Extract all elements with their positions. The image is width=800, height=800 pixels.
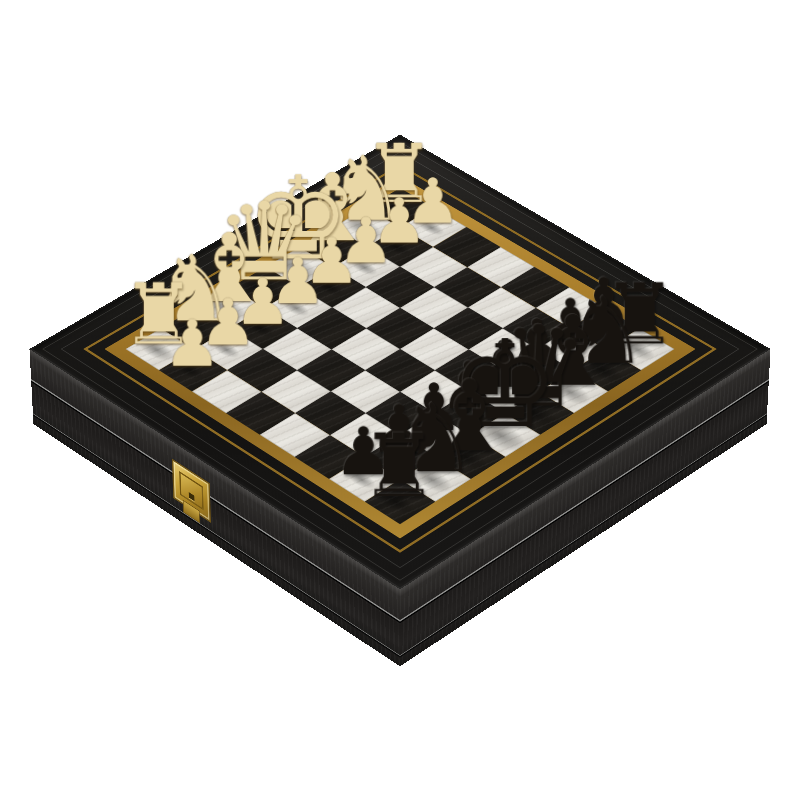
square-b3[interactable] bbox=[400, 247, 467, 287]
piece-shadow bbox=[371, 193, 421, 223]
square-e2[interactable]: ♟ bbox=[264, 287, 332, 328]
white-pawn-glyph: ♟ bbox=[304, 229, 360, 292]
white-pawn-glyph: ♟ bbox=[164, 311, 222, 375]
white-pawn-glyph: ♟ bbox=[269, 250, 326, 313]
square-b1[interactable]: ♞ bbox=[334, 207, 400, 246]
square-e3[interactable] bbox=[298, 307, 366, 349]
piece-shadow bbox=[411, 216, 450, 239]
white-pawn-glyph: ♟ bbox=[338, 210, 394, 273]
background: ♜♟♟♜♞♟♟♞♝♟♟♝♚♟♟♛♛♟♟♚♝♟♟♝♞♟♟♞♜♟♟♜ bbox=[0, 0, 800, 800]
piece-shadow bbox=[276, 296, 315, 320]
white-bishop-glyph: ♝ bbox=[291, 161, 375, 255]
square-c3[interactable] bbox=[366, 267, 434, 308]
square-a1[interactable]: ♜ bbox=[367, 188, 433, 227]
square-d2[interactable]: ♟ bbox=[299, 267, 367, 308]
white-pawn-glyph: ♟ bbox=[371, 190, 427, 252]
square-b2[interactable]: ♟ bbox=[367, 227, 434, 267]
piece-shadow bbox=[344, 256, 383, 279]
square-d1[interactable]: ♚ bbox=[266, 247, 333, 287]
square-a2[interactable]: ♟ bbox=[400, 207, 466, 246]
square-a3[interactable] bbox=[433, 227, 500, 267]
box-lid: ♜♟♟♜♞♟♟♞♝♟♟♝♚♟♟♛♛♟♟♚♝♟♟♝♞♟♟♞♜♟♟♜ bbox=[29, 135, 770, 590]
white-king-glyph: ♚ bbox=[247, 161, 351, 277]
piece-shadow bbox=[335, 211, 390, 244]
piece-shadow bbox=[300, 230, 358, 265]
square-c2[interactable]: ♟ bbox=[333, 247, 400, 287]
camera: ♜♟♟♜♞♟♟♞♝♟♟♝♚♟♟♛♛♟♟♚♝♟♟♝♞♟♟♞♜♟♟♜ bbox=[0, 0, 800, 800]
square-d3[interactable] bbox=[332, 287, 400, 328]
black-rook-glyph: ♜ bbox=[360, 422, 438, 509]
piece-shadow bbox=[310, 276, 349, 300]
white-queen-glyph: ♛ bbox=[216, 188, 313, 296]
white-pawn-glyph: ♟ bbox=[405, 170, 461, 232]
square-c1[interactable]: ♝ bbox=[300, 227, 367, 267]
square-a4[interactable] bbox=[467, 247, 534, 287]
brass-latch[interactable] bbox=[172, 459, 208, 532]
white-knight-glyph: ♞ bbox=[326, 145, 406, 234]
white-rook-glyph: ♜ bbox=[363, 133, 436, 214]
piece-shadow bbox=[259, 246, 331, 289]
piece-shadow bbox=[378, 236, 417, 259]
square-d4[interactable] bbox=[366, 307, 434, 349]
